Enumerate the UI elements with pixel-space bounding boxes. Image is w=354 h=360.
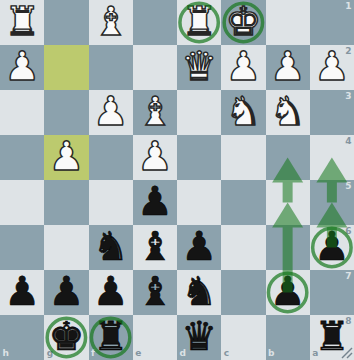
square-g2[interactable] xyxy=(44,45,88,90)
square-e6[interactable]: ♝ xyxy=(133,225,177,270)
black-pawn[interactable]: ♟ xyxy=(181,224,217,269)
square-f2[interactable] xyxy=(89,45,133,90)
square-c4[interactable] xyxy=(221,135,265,180)
rank-label-1: 1 xyxy=(345,2,351,11)
square-f1[interactable]: ♝ xyxy=(89,0,133,45)
square-g3[interactable] xyxy=(44,90,88,135)
rank-label-2: 2 xyxy=(345,47,351,56)
white-bishop[interactable]: ♝ xyxy=(93,0,129,44)
square-g6[interactable] xyxy=(44,225,88,270)
rank-label-5: 5 xyxy=(345,182,351,191)
square-g7[interactable]: ♟ xyxy=(44,270,88,315)
file-label-c: c xyxy=(224,349,229,358)
square-h1[interactable]: ♜ xyxy=(0,0,44,45)
file-label-e: e xyxy=(135,349,141,358)
square-f3[interactable]: ♟ xyxy=(89,90,133,135)
square-c8[interactable]: c xyxy=(221,315,265,360)
square-h5[interactable] xyxy=(0,180,44,225)
black-king[interactable]: ♚ xyxy=(48,314,84,359)
white-pawn[interactable]: ♟ xyxy=(4,44,40,89)
white-pawn[interactable]: ♟ xyxy=(225,44,261,89)
square-g8[interactable]: ♚g xyxy=(44,315,88,360)
white-bishop[interactable]: ♝ xyxy=(137,89,173,134)
white-knight[interactable]: ♞ xyxy=(270,89,306,134)
rank-label-6: 6 xyxy=(345,227,351,236)
square-c6[interactable] xyxy=(221,225,265,270)
square-f6[interactable]: ♞ xyxy=(89,225,133,270)
square-e5[interactable]: ♟ xyxy=(133,180,177,225)
board-resize-handle[interactable] xyxy=(341,347,353,359)
square-b6[interactable] xyxy=(266,225,310,270)
square-a4[interactable]: 4 xyxy=(310,135,354,180)
file-label-a: a xyxy=(312,349,318,358)
square-e3[interactable]: ♝ xyxy=(133,90,177,135)
square-d4[interactable] xyxy=(177,135,221,180)
square-c1[interactable]: ♚ xyxy=(221,0,265,45)
square-h7[interactable]: ♟ xyxy=(0,270,44,315)
white-queen[interactable]: ♛ xyxy=(181,44,217,89)
square-c7[interactable] xyxy=(221,270,265,315)
white-pawn[interactable]: ♟ xyxy=(48,134,84,179)
resize-grip-line xyxy=(347,353,352,358)
black-pawn[interactable]: ♟ xyxy=(48,269,84,314)
file-label-d: d xyxy=(180,349,186,358)
square-b1[interactable] xyxy=(266,0,310,45)
square-a5[interactable]: 5 xyxy=(310,180,354,225)
square-h4[interactable] xyxy=(0,135,44,180)
rank-label-7: 7 xyxy=(345,272,351,281)
white-king[interactable]: ♚ xyxy=(225,0,261,44)
file-label-g: g xyxy=(47,349,53,358)
chess-board-screenshot: ♜♝♜♚1♟♛♟♟♟2♟♝♞♞3♟♟4♟5♞♝♟♟6♟♟♟♝♞♟7h♚g♜fe♛… xyxy=(0,0,354,360)
white-pawn[interactable]: ♟ xyxy=(137,134,173,179)
square-b7[interactable]: ♟ xyxy=(266,270,310,315)
square-g1[interactable] xyxy=(44,0,88,45)
square-h3[interactable] xyxy=(0,90,44,135)
white-pawn[interactable]: ♟ xyxy=(270,44,306,89)
square-g4[interactable]: ♟ xyxy=(44,135,88,180)
rank-label-4: 4 xyxy=(345,137,351,146)
square-f5[interactable] xyxy=(89,180,133,225)
black-knight[interactable]: ♞ xyxy=(93,224,129,269)
black-rook[interactable]: ♜ xyxy=(93,314,129,359)
square-d5[interactable] xyxy=(177,180,221,225)
black-pawn[interactable]: ♟ xyxy=(93,269,129,314)
square-a2[interactable]: ♟2 xyxy=(310,45,354,90)
square-e7[interactable]: ♝ xyxy=(133,270,177,315)
black-knight[interactable]: ♞ xyxy=(181,269,217,314)
square-b2[interactable]: ♟ xyxy=(266,45,310,90)
square-d2[interactable]: ♛ xyxy=(177,45,221,90)
square-e8[interactable]: e xyxy=(133,315,177,360)
square-a6[interactable]: ♟6 xyxy=(310,225,354,270)
white-knight[interactable]: ♞ xyxy=(225,89,261,134)
white-rook[interactable]: ♜ xyxy=(4,0,40,44)
black-pawn[interactable]: ♟ xyxy=(4,269,40,314)
square-c3[interactable]: ♞ xyxy=(221,90,265,135)
square-e4[interactable]: ♟ xyxy=(133,135,177,180)
file-label-b: b xyxy=(268,349,274,358)
square-e2[interactable] xyxy=(133,45,177,90)
black-pawn[interactable]: ♟ xyxy=(270,269,306,314)
square-f4[interactable] xyxy=(89,135,133,180)
square-a3[interactable]: 3 xyxy=(310,90,354,135)
square-h6[interactable] xyxy=(0,225,44,270)
chess-board: ♜♝♜♚1♟♛♟♟♟2♟♝♞♞3♟♟4♟5♞♝♟♟6♟♟♟♝♞♟7h♚g♜fe♛… xyxy=(0,0,354,360)
square-e1[interactable] xyxy=(133,0,177,45)
black-pawn[interactable]: ♟ xyxy=(137,179,173,224)
square-h8[interactable]: h xyxy=(0,315,44,360)
square-d3[interactable] xyxy=(177,90,221,135)
square-h2[interactable]: ♟ xyxy=(0,45,44,90)
square-a1[interactable]: 1 xyxy=(310,0,354,45)
file-label-f: f xyxy=(91,349,95,358)
square-c2[interactable]: ♟ xyxy=(221,45,265,90)
square-d1[interactable]: ♜ xyxy=(177,0,221,45)
rank-label-8: 8 xyxy=(345,317,351,326)
black-bishop[interactable]: ♝ xyxy=(137,269,173,314)
square-f8[interactable]: ♜f xyxy=(89,315,133,360)
rank-label-3: 3 xyxy=(345,92,351,101)
square-a7[interactable]: 7 xyxy=(310,270,354,315)
file-label-h: h xyxy=(3,349,9,358)
black-queen[interactable]: ♛ xyxy=(181,314,217,359)
black-bishop[interactable]: ♝ xyxy=(137,224,173,269)
square-f7[interactable]: ♟ xyxy=(89,270,133,315)
square-b3[interactable]: ♞ xyxy=(266,90,310,135)
white-rook[interactable]: ♜ xyxy=(181,0,217,44)
square-g5[interactable] xyxy=(44,180,88,225)
square-d6[interactable]: ♟ xyxy=(177,225,221,270)
square-d7[interactable]: ♞ xyxy=(177,270,221,315)
white-pawn[interactable]: ♟ xyxy=(93,89,129,134)
square-b8[interactable]: b xyxy=(266,315,310,360)
square-b4[interactable] xyxy=(266,135,310,180)
square-c5[interactable] xyxy=(221,180,265,225)
square-b5[interactable] xyxy=(266,180,310,225)
resize-grip-line xyxy=(342,348,352,358)
square-d8[interactable]: ♛d xyxy=(177,315,221,360)
